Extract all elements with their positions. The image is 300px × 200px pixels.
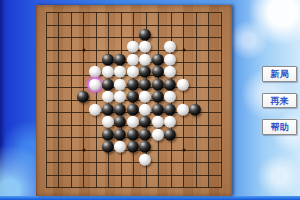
grid-line xyxy=(46,175,222,176)
grid-line xyxy=(221,12,222,188)
black-stone xyxy=(101,53,113,65)
white-stone xyxy=(89,103,101,115)
white-stone xyxy=(126,66,138,78)
black-stone xyxy=(151,91,163,103)
star-point xyxy=(82,49,85,52)
black-stone xyxy=(126,128,138,140)
white-stone xyxy=(139,41,151,53)
white-stone xyxy=(89,78,101,90)
gomoku-board[interactable] xyxy=(36,5,232,196)
white-stone xyxy=(114,141,126,153)
white-stone xyxy=(89,66,101,78)
black-stone xyxy=(164,78,176,90)
white-stone xyxy=(126,116,138,128)
grid-line xyxy=(46,162,222,163)
black-stone xyxy=(139,28,151,40)
taskbar-strip xyxy=(0,196,300,200)
black-stone xyxy=(126,103,138,115)
black-stone xyxy=(114,103,126,115)
black-stone xyxy=(139,128,151,140)
white-stone xyxy=(126,53,138,65)
black-stone xyxy=(126,141,138,153)
white-stone xyxy=(139,153,151,165)
new-game-button[interactable]: 新局 xyxy=(262,66,297,82)
black-stone xyxy=(101,141,113,153)
black-stone xyxy=(101,78,113,90)
white-stone xyxy=(101,116,113,128)
black-stone xyxy=(139,116,151,128)
game-window: 新局 再来 帮助 xyxy=(0,0,300,200)
black-stone xyxy=(76,91,88,103)
black-stone xyxy=(114,116,126,128)
white-stone xyxy=(139,103,151,115)
star-point xyxy=(182,49,185,52)
black-stone xyxy=(151,53,163,65)
white-stone xyxy=(114,78,126,90)
black-stone xyxy=(164,103,176,115)
black-stone xyxy=(114,128,126,140)
black-stone xyxy=(101,103,113,115)
black-stone xyxy=(126,78,138,90)
black-stone xyxy=(151,103,163,115)
white-stone xyxy=(176,78,188,90)
white-stone xyxy=(101,91,113,103)
white-stone xyxy=(114,66,126,78)
black-stone xyxy=(151,78,163,90)
board-grid xyxy=(46,13,221,188)
black-stone xyxy=(151,66,163,78)
grid-line xyxy=(208,12,209,188)
white-stone xyxy=(151,116,163,128)
white-stone xyxy=(164,66,176,78)
black-stone xyxy=(139,66,151,78)
white-stone xyxy=(139,91,151,103)
black-stone xyxy=(164,128,176,140)
white-stone xyxy=(101,66,113,78)
retry-button[interactable]: 再来 xyxy=(262,93,297,109)
help-button[interactable]: 帮助 xyxy=(262,119,297,135)
black-stone xyxy=(101,128,113,140)
white-stone xyxy=(151,128,163,140)
black-stone xyxy=(139,141,151,153)
black-stone xyxy=(114,53,126,65)
white-stone xyxy=(176,103,188,115)
black-stone xyxy=(189,103,201,115)
white-stone xyxy=(126,41,138,53)
grid-line xyxy=(46,187,222,188)
star-point xyxy=(182,149,185,152)
white-stone xyxy=(164,91,176,103)
black-stone xyxy=(139,78,151,90)
star-point xyxy=(82,149,85,152)
white-stone xyxy=(139,53,151,65)
black-stone xyxy=(126,91,138,103)
white-stone xyxy=(164,41,176,53)
white-stone xyxy=(114,91,126,103)
white-stone xyxy=(164,53,176,65)
white-stone xyxy=(164,116,176,128)
